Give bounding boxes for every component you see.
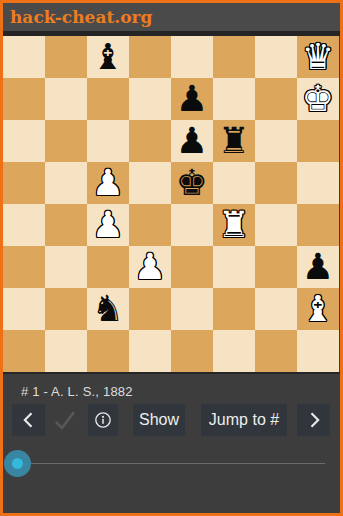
square-g1[interactable] (255, 330, 297, 372)
square-f2[interactable] (213, 288, 255, 330)
square-d8[interactable] (129, 36, 171, 78)
square-c2[interactable]: ♞ (87, 288, 129, 330)
slider-thumb-dot (12, 458, 23, 469)
square-b2[interactable] (45, 288, 87, 330)
square-d6[interactable] (129, 120, 171, 162)
next-puzzle-button[interactable] (297, 404, 330, 436)
show-solution-button[interactable]: Show (133, 404, 185, 436)
square-d4[interactable] (129, 204, 171, 246)
square-b4[interactable] (45, 204, 87, 246)
square-c4[interactable]: ♟ (87, 204, 129, 246)
square-c6[interactable] (87, 120, 129, 162)
square-f7[interactable] (213, 78, 255, 120)
piece-white-pawn[interactable]: ♟ (92, 204, 124, 246)
square-g6[interactable] (255, 120, 297, 162)
info-button[interactable] (88, 404, 118, 436)
square-g4[interactable] (255, 204, 297, 246)
piece-black-bishop[interactable]: ♝ (92, 36, 124, 78)
square-h2[interactable]: ♝ (297, 288, 339, 330)
square-b1[interactable] (45, 330, 87, 372)
square-c3[interactable] (87, 246, 129, 288)
square-a4[interactable] (3, 204, 45, 246)
square-g8[interactable] (255, 36, 297, 78)
square-e4[interactable] (171, 204, 213, 246)
square-a1[interactable] (3, 330, 45, 372)
square-c5[interactable]: ♟ (87, 162, 129, 204)
app-frame: hack-cheat.org ♝♛♟♚♟♜♟♚♟♜♟♟♞♝ # 1 - A. L… (0, 0, 343, 516)
square-g5[interactable] (255, 162, 297, 204)
square-b8[interactable] (45, 36, 87, 78)
piece-black-rook[interactable]: ♜ (218, 120, 250, 162)
square-a6[interactable] (3, 120, 45, 162)
piece-black-knight[interactable]: ♞ (92, 288, 124, 330)
square-a2[interactable] (3, 288, 45, 330)
square-e8[interactable] (171, 36, 213, 78)
move-slider[interactable] (3, 436, 340, 492)
solved-check-icon[interactable] (50, 406, 80, 434)
chess-board[interactable]: ♝♛♟♚♟♜♟♚♟♜♟♟♞♝ (3, 36, 339, 372)
square-d3[interactable]: ♟ (129, 246, 171, 288)
piece-black-pawn[interactable]: ♟ (302, 246, 334, 288)
square-d5[interactable] (129, 162, 171, 204)
square-h1[interactable] (297, 330, 339, 372)
square-h6[interactable] (297, 120, 339, 162)
square-d2[interactable] (129, 288, 171, 330)
piece-black-king[interactable]: ♚ (176, 162, 208, 204)
piece-white-queen[interactable]: ♛ (302, 36, 334, 78)
square-a3[interactable] (3, 246, 45, 288)
chevron-left-icon (19, 410, 39, 430)
square-c1[interactable] (87, 330, 129, 372)
square-f5[interactable] (213, 162, 255, 204)
square-f1[interactable] (213, 330, 255, 372)
square-g7[interactable] (255, 78, 297, 120)
square-b6[interactable] (45, 120, 87, 162)
square-h5[interactable] (297, 162, 339, 204)
piece-white-king[interactable]: ♚ (302, 78, 334, 120)
square-h3[interactable]: ♟ (297, 246, 339, 288)
square-b3[interactable] (45, 246, 87, 288)
square-c8[interactable]: ♝ (87, 36, 129, 78)
square-e6[interactable]: ♟ (171, 120, 213, 162)
previous-puzzle-button[interactable] (12, 404, 45, 436)
square-b7[interactable] (45, 78, 87, 120)
watermark-banner: hack-cheat.org (3, 3, 340, 31)
square-a7[interactable] (3, 78, 45, 120)
square-d1[interactable] (129, 330, 171, 372)
square-e7[interactable]: ♟ (171, 78, 213, 120)
square-e2[interactable] (171, 288, 213, 330)
square-c7[interactable] (87, 78, 129, 120)
chevron-right-icon (304, 410, 324, 430)
square-a5[interactable] (3, 162, 45, 204)
slider-track[interactable] (30, 463, 325, 464)
square-f8[interactable] (213, 36, 255, 78)
slider-thumb[interactable] (4, 450, 31, 477)
square-g2[interactable] (255, 288, 297, 330)
jump-to-number-button[interactable]: Jump to # (201, 404, 287, 436)
piece-black-pawn[interactable]: ♟ (176, 78, 208, 120)
control-panel: # 1 - A. L. S., 1882 (3, 372, 340, 513)
square-f4[interactable]: ♜ (213, 204, 255, 246)
square-b5[interactable] (45, 162, 87, 204)
square-e3[interactable] (171, 246, 213, 288)
square-h7[interactable]: ♚ (297, 78, 339, 120)
square-e5[interactable]: ♚ (171, 162, 213, 204)
square-h4[interactable] (297, 204, 339, 246)
square-d7[interactable] (129, 78, 171, 120)
piece-black-pawn[interactable]: ♟ (176, 120, 208, 162)
puzzle-caption: # 1 - A. L. S., 1882 (21, 384, 133, 399)
toolbar: Show Jump to # (3, 404, 340, 436)
piece-white-bishop[interactable]: ♝ (302, 288, 334, 330)
info-icon (93, 410, 113, 430)
square-f6[interactable]: ♜ (213, 120, 255, 162)
piece-white-pawn[interactable]: ♟ (92, 162, 124, 204)
square-g3[interactable] (255, 246, 297, 288)
piece-white-rook[interactable]: ♜ (218, 204, 250, 246)
square-e1[interactable] (171, 330, 213, 372)
square-h8[interactable]: ♛ (297, 36, 339, 78)
square-a8[interactable] (3, 36, 45, 78)
watermark-text: hack-cheat.org (10, 7, 152, 27)
piece-white-pawn[interactable]: ♟ (134, 246, 166, 288)
square-f3[interactable] (213, 246, 255, 288)
